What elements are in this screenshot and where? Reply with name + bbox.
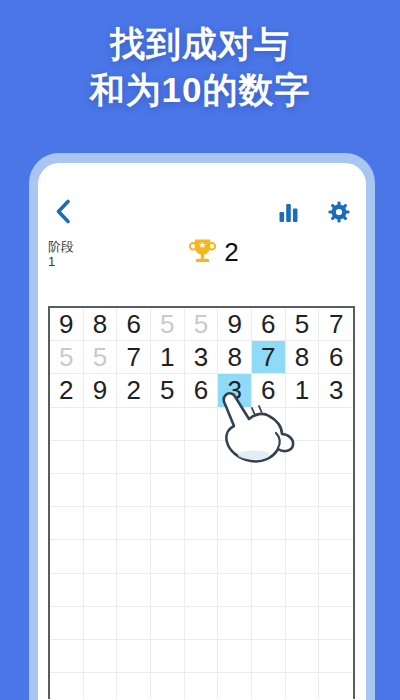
board-cell-r3c5[interactable]: 6 <box>185 374 219 407</box>
stats-button[interactable] <box>279 202 298 225</box>
board-cell-r6c1[interactable] <box>50 474 84 507</box>
tutorial-title-line1: 找到成对与 <box>0 21 400 67</box>
board-cell-r10c1[interactable] <box>50 607 84 640</box>
board-cell-r6c8[interactable] <box>286 474 320 507</box>
board-cell-r11c3[interactable] <box>117 640 151 673</box>
board-cell-r1c4[interactable]: 5 <box>151 308 185 341</box>
board-cell-r10c6[interactable] <box>218 607 252 640</box>
board-cell-r2c3[interactable]: 7 <box>117 341 151 374</box>
board-cell-r6c5[interactable] <box>185 474 219 507</box>
board-cell-r3c1[interactable]: 2 <box>50 374 84 407</box>
board-cell-r2c7[interactable]: 7 <box>252 341 286 374</box>
board-cell-r10c9[interactable] <box>319 607 353 640</box>
board-cell-r5c4[interactable] <box>151 441 185 474</box>
back-button[interactable] <box>55 199 71 227</box>
svg-text:★: ★ <box>199 239 207 249</box>
board-cell-r4c7[interactable] <box>252 408 286 441</box>
trophy-icon: ★ <box>189 238 216 268</box>
board-cell-r5c3[interactable] <box>117 441 151 474</box>
board-cell-r10c2[interactable] <box>84 607 118 640</box>
board-cell-r8c6[interactable] <box>218 540 252 573</box>
board-cell-r2c8[interactable]: 8 <box>286 341 320 374</box>
board-cell-r7c5[interactable] <box>185 507 219 540</box>
board-cell-r7c1[interactable] <box>50 507 84 540</box>
board-cell-r10c8[interactable] <box>286 607 320 640</box>
board-cell-r12c9[interactable] <box>319 673 353 699</box>
board-cell-r9c6[interactable] <box>218 574 252 607</box>
board-cell-r1c5[interactable]: 5 <box>185 308 219 341</box>
board-cell-r12c4[interactable] <box>151 673 185 699</box>
board-cell-r7c3[interactable] <box>117 507 151 540</box>
board-cell-r7c8[interactable] <box>286 507 320 540</box>
board-cell-r10c4[interactable] <box>151 607 185 640</box>
app-screen: 找到成对与 和为10的数字 <box>0 0 400 700</box>
board-cell-r7c9[interactable] <box>319 507 353 540</box>
board-cell-r8c3[interactable] <box>117 540 151 573</box>
board-cell-r8c9[interactable] <box>319 540 353 573</box>
board-cell-r7c2[interactable] <box>84 507 118 540</box>
board-cell-r12c5[interactable] <box>185 673 219 699</box>
board-cell-r9c2[interactable] <box>84 574 118 607</box>
board-cell-r2c4[interactable]: 1 <box>151 341 185 374</box>
board-cell-r9c1[interactable] <box>50 574 84 607</box>
board-cell-r3c2[interactable]: 9 <box>84 374 118 407</box>
board-cell-r9c7[interactable] <box>252 574 286 607</box>
board-cell-r1c3[interactable]: 6 <box>117 308 151 341</box>
board-cell-r9c9[interactable] <box>319 574 353 607</box>
board-cell-r8c7[interactable] <box>252 540 286 573</box>
board-cell-r11c5[interactable] <box>185 640 219 673</box>
board-cell-r2c5[interactable]: 3 <box>185 341 219 374</box>
board-cell-r7c6[interactable] <box>218 507 252 540</box>
stage-value: 1 <box>48 254 74 269</box>
board-cell-r10c3[interactable] <box>117 607 151 640</box>
board-cell-r5c6[interactable] <box>218 441 252 474</box>
number-board: 986559657557138786292563613 <box>48 306 355 699</box>
board-cell-r7c4[interactable] <box>151 507 185 540</box>
board-cell-r4c1[interactable] <box>50 408 84 441</box>
back-chevron-icon <box>55 199 71 227</box>
board-cell-r5c5[interactable] <box>185 441 219 474</box>
board-cell-r6c2[interactable] <box>84 474 118 507</box>
stage-label: 阶段 <box>48 239 74 254</box>
board-cell-r6c4[interactable] <box>151 474 185 507</box>
board-cell-r5c2[interactable] <box>84 441 118 474</box>
board-cell-r6c9[interactable] <box>319 474 353 507</box>
score-box: ★ 2 <box>38 237 366 268</box>
board-cell-r3c8[interactable]: 1 <box>286 374 320 407</box>
board-cell-r3c7[interactable]: 6 <box>252 374 286 407</box>
board-cell-r6c6[interactable] <box>218 474 252 507</box>
board-cell-r10c7[interactable] <box>252 607 286 640</box>
board-cell-r2c6[interactable]: 8 <box>218 341 252 374</box>
stage-indicator: 阶段 1 <box>48 239 74 269</box>
board-cell-r7c7[interactable] <box>252 507 286 540</box>
tutorial-title: 找到成对与 和为10的数字 <box>0 21 400 113</box>
board-cell-r4c6[interactable] <box>218 408 252 441</box>
board-cell-r4c8[interactable] <box>286 408 320 441</box>
board-cell-r4c5[interactable] <box>185 408 219 441</box>
board-cell-r9c4[interactable] <box>151 574 185 607</box>
board-cell-r8c2[interactable] <box>84 540 118 573</box>
board-cell-r8c1[interactable] <box>50 540 84 573</box>
board-cell-r3c9[interactable]: 3 <box>319 374 353 407</box>
board-cell-r4c2[interactable] <box>84 408 118 441</box>
board-cell-r8c4[interactable] <box>151 540 185 573</box>
board-cell-r8c8[interactable] <box>286 540 320 573</box>
board-cell-r5c1[interactable] <box>50 441 84 474</box>
board-cell-r1c2[interactable]: 8 <box>84 308 118 341</box>
board-cell-r11c8[interactable] <box>286 640 320 673</box>
board-cell-r1c7[interactable]: 6 <box>252 308 286 341</box>
board-cell-r8c5[interactable] <box>185 540 219 573</box>
game-card: 阶段 1 ★ 2 <box>38 163 366 700</box>
board-cell-r5c8[interactable] <box>286 441 320 474</box>
board-cell-r11c2[interactable] <box>84 640 118 673</box>
board-cell-r4c9[interactable] <box>319 408 353 441</box>
board-cell-r3c6[interactable]: 3 <box>218 374 252 407</box>
board-cell-r2c9[interactable]: 6 <box>319 341 353 374</box>
board-cell-r11c1[interactable] <box>50 640 84 673</box>
board-cell-r9c3[interactable] <box>117 574 151 607</box>
settings-button[interactable] <box>328 201 350 226</box>
board-cell-r5c9[interactable] <box>319 441 353 474</box>
game-card-frame: 阶段 1 ★ 2 <box>29 153 375 700</box>
header-right-icons <box>279 201 350 226</box>
board-cell-r12c1[interactable] <box>50 673 84 699</box>
board-cell-r12c3[interactable] <box>117 673 151 699</box>
bar-chart-icon <box>279 202 298 225</box>
board-cell-r11c7[interactable] <box>252 640 286 673</box>
board-cell-r10c5[interactable] <box>185 607 219 640</box>
board-cell-r5c7[interactable] <box>252 441 286 474</box>
board-cell-r2c1[interactable]: 5 <box>50 341 84 374</box>
score-value: 2 <box>224 237 238 268</box>
board-cell-r2c2[interactable]: 5 <box>84 341 118 374</box>
board-cell-r4c3[interactable] <box>117 408 151 441</box>
board-cell-r9c5[interactable] <box>185 574 219 607</box>
board-cell-r9c8[interactable] <box>286 574 320 607</box>
board-cell-r1c6[interactable]: 9 <box>218 308 252 341</box>
game-header <box>38 200 366 226</box>
board-cell-r6c7[interactable] <box>252 474 286 507</box>
board-cell-r12c8[interactable] <box>286 673 320 699</box>
board-cell-r12c7[interactable] <box>252 673 286 699</box>
board-cell-r6c3[interactable] <box>117 474 151 507</box>
board-cell-r12c6[interactable] <box>218 673 252 699</box>
tutorial-title-line2: 和为10的数字 <box>0 67 400 113</box>
board-cell-r11c4[interactable] <box>151 640 185 673</box>
board-cell-r4c4[interactable] <box>151 408 185 441</box>
score: ★ 2 <box>189 237 238 268</box>
board-cell-r1c1[interactable]: 9 <box>50 308 84 341</box>
board-cell-r12c2[interactable] <box>84 673 118 699</box>
board-cell-r3c4[interactable]: 5 <box>151 374 185 407</box>
board-cell-r3c3[interactable]: 2 <box>117 374 151 407</box>
board-cell-r1c8[interactable]: 5 <box>286 308 320 341</box>
board-cell-r1c9[interactable]: 7 <box>319 308 353 341</box>
gear-icon <box>328 201 350 226</box>
board-cell-r11c6[interactable] <box>218 640 252 673</box>
board-cell-r11c9[interactable] <box>319 640 353 673</box>
